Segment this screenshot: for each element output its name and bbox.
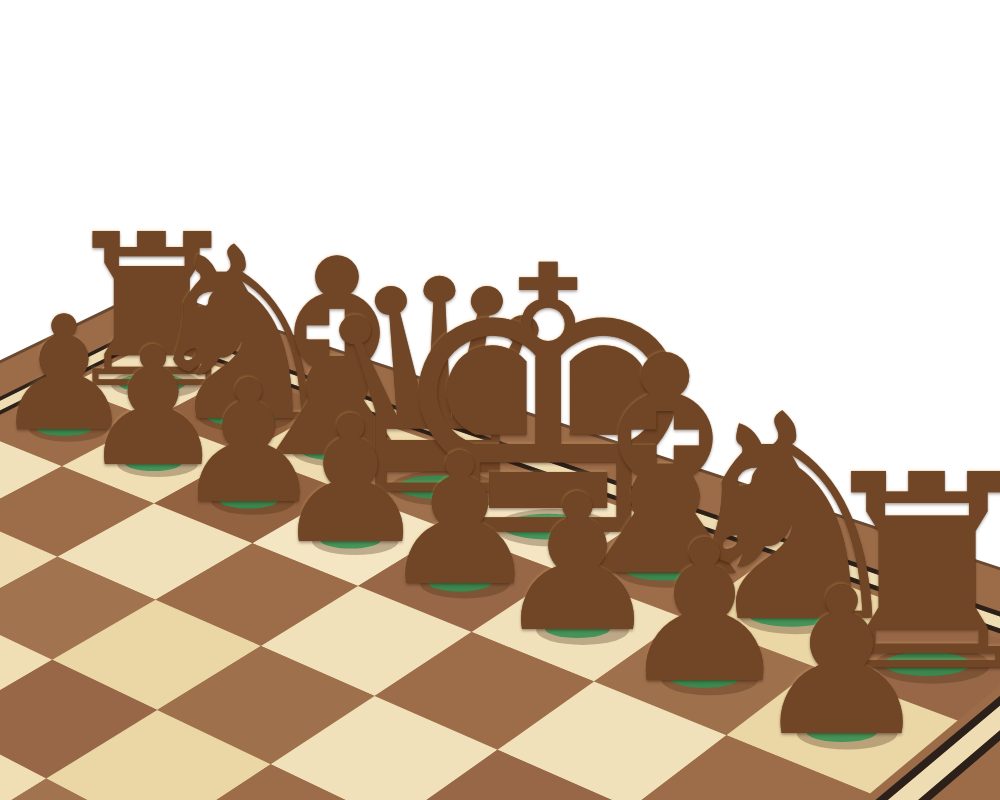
chess-product-photo: ♜♞♝♛♚♝♞♜♟♟♟♟♟♟♟♟ Product photograph of a… — [0, 0, 1000, 800]
piece-black-pawn-h7[interactable]: ♟ — [750, 561, 933, 765]
board-stage: ♜♞♝♛♚♝♞♜♟♟♟♟♟♟♟♟ — [0, 0, 1000, 800]
